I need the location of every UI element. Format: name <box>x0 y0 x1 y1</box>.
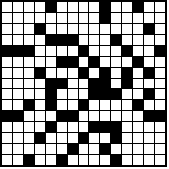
open-cell[interactable] <box>35 155 45 165</box>
block-cell <box>111 35 121 45</box>
open-cell[interactable] <box>89 133 99 143</box>
open-cell[interactable] <box>35 79 45 89</box>
open-cell[interactable] <box>133 68 143 78</box>
open-cell[interactable] <box>46 24 56 34</box>
open-cell[interactable] <box>155 133 165 143</box>
block-cell <box>100 13 110 23</box>
open-cell[interactable] <box>57 100 67 110</box>
open-cell[interactable] <box>2 24 12 34</box>
open-cell[interactable] <box>35 89 45 99</box>
block-cell <box>46 89 56 99</box>
block-cell <box>100 68 110 78</box>
open-cell[interactable] <box>133 46 143 56</box>
open-cell[interactable] <box>122 144 132 154</box>
block-cell <box>2 111 12 121</box>
block-cell <box>68 144 78 154</box>
open-cell[interactable] <box>111 68 121 78</box>
open-cell[interactable] <box>46 68 56 78</box>
open-cell[interactable] <box>46 144 56 154</box>
block-cell <box>155 46 165 56</box>
open-cell[interactable] <box>100 57 110 67</box>
open-cell[interactable] <box>57 89 67 99</box>
open-cell[interactable] <box>2 89 12 99</box>
open-cell[interactable] <box>111 24 121 34</box>
block-cell <box>35 68 45 78</box>
open-cell[interactable] <box>122 155 132 165</box>
open-cell[interactable] <box>155 144 165 154</box>
block-cell <box>89 122 99 132</box>
open-cell[interactable] <box>133 155 143 165</box>
open-cell[interactable] <box>111 79 121 89</box>
open-cell[interactable] <box>89 2 99 12</box>
block-cell <box>100 122 110 132</box>
crossword-puzzle <box>0 0 169 169</box>
open-cell[interactable] <box>122 111 132 121</box>
open-cell[interactable] <box>35 46 45 56</box>
block-cell <box>122 46 132 56</box>
open-cell[interactable] <box>13 89 23 99</box>
block-cell <box>100 89 110 99</box>
open-cell[interactable] <box>2 2 12 12</box>
block-cell <box>35 133 45 143</box>
block-cell <box>13 46 23 56</box>
open-cell[interactable] <box>155 122 165 132</box>
block-cell <box>100 144 110 154</box>
open-cell[interactable] <box>133 24 143 34</box>
open-cell[interactable] <box>133 122 143 132</box>
open-cell[interactable] <box>13 35 23 45</box>
open-cell[interactable] <box>133 133 143 143</box>
open-cell[interactable] <box>122 100 132 110</box>
block-cell <box>111 89 121 99</box>
open-cell[interactable] <box>2 155 12 165</box>
open-cell[interactable] <box>2 122 12 132</box>
block-cell <box>89 89 99 99</box>
open-cell[interactable] <box>133 144 143 154</box>
open-cell[interactable] <box>111 100 121 110</box>
open-cell[interactable] <box>122 89 132 99</box>
open-cell[interactable] <box>89 24 99 34</box>
block-cell <box>2 46 12 56</box>
block-cell <box>57 111 67 121</box>
open-cell[interactable] <box>57 2 67 12</box>
block-cell <box>79 133 89 143</box>
open-cell[interactable] <box>111 2 121 12</box>
open-cell[interactable] <box>13 144 23 154</box>
open-cell[interactable] <box>100 46 110 56</box>
block-cell <box>122 79 132 89</box>
open-cell[interactable] <box>79 35 89 45</box>
open-cell[interactable] <box>79 89 89 99</box>
open-cell[interactable] <box>24 57 34 67</box>
open-cell[interactable] <box>24 24 34 34</box>
open-cell[interactable] <box>13 68 23 78</box>
open-cell[interactable] <box>133 111 143 121</box>
open-cell[interactable] <box>79 57 89 67</box>
open-cell[interactable] <box>24 13 34 23</box>
block-cell <box>57 155 67 165</box>
block-cell <box>122 68 132 78</box>
open-cell[interactable] <box>100 111 110 121</box>
open-cell[interactable] <box>111 13 121 23</box>
open-cell[interactable] <box>57 68 67 78</box>
open-cell[interactable] <box>155 155 165 165</box>
open-cell[interactable] <box>57 24 67 34</box>
block-cell <box>46 79 56 89</box>
open-cell[interactable] <box>68 89 78 99</box>
open-cell[interactable] <box>144 57 154 67</box>
open-cell[interactable] <box>57 46 67 56</box>
open-cell[interactable] <box>68 79 78 89</box>
open-cell[interactable] <box>2 35 12 45</box>
block-cell <box>13 111 23 121</box>
block-cell <box>79 100 89 110</box>
open-cell[interactable] <box>13 24 23 34</box>
open-cell[interactable] <box>24 89 34 99</box>
open-cell[interactable] <box>133 13 143 23</box>
open-cell[interactable] <box>35 100 45 110</box>
open-cell[interactable] <box>100 35 110 45</box>
open-cell[interactable] <box>122 35 132 45</box>
open-cell[interactable] <box>35 144 45 154</box>
open-cell[interactable] <box>68 46 78 56</box>
open-cell[interactable] <box>46 46 56 56</box>
open-cell[interactable] <box>35 57 45 67</box>
open-cell[interactable] <box>2 79 12 89</box>
open-cell[interactable] <box>144 155 154 165</box>
block-cell <box>144 89 154 99</box>
open-cell[interactable] <box>155 89 165 99</box>
open-cell[interactable] <box>35 2 45 12</box>
block-cell <box>111 155 121 165</box>
open-cell[interactable] <box>13 2 23 12</box>
block-cell <box>57 79 67 89</box>
open-cell[interactable] <box>46 155 56 165</box>
open-cell[interactable] <box>111 46 121 56</box>
open-cell[interactable] <box>100 155 110 165</box>
block-cell <box>144 68 154 78</box>
open-cell[interactable] <box>46 57 56 67</box>
open-cell[interactable] <box>79 111 89 121</box>
open-cell[interactable] <box>57 133 67 143</box>
open-cell[interactable] <box>89 100 99 110</box>
open-cell[interactable] <box>144 100 154 110</box>
block-cell <box>89 57 99 67</box>
open-cell[interactable] <box>68 68 78 78</box>
block-cell <box>46 100 56 110</box>
open-cell[interactable] <box>79 155 89 165</box>
open-cell[interactable] <box>144 144 154 154</box>
open-cell[interactable] <box>13 122 23 132</box>
block-cell <box>79 68 89 78</box>
open-cell[interactable] <box>144 46 154 56</box>
open-cell[interactable] <box>144 2 154 12</box>
block-cell <box>24 155 34 165</box>
block-cell <box>133 57 143 67</box>
open-cell[interactable] <box>79 79 89 89</box>
open-cell[interactable] <box>13 133 23 143</box>
open-cell[interactable] <box>24 111 34 121</box>
open-cell[interactable] <box>122 24 132 34</box>
open-cell[interactable] <box>24 144 34 154</box>
open-cell[interactable] <box>68 2 78 12</box>
block-cell <box>79 46 89 56</box>
open-cell[interactable] <box>35 13 45 23</box>
open-cell[interactable] <box>68 100 78 110</box>
open-cell[interactable] <box>68 122 78 132</box>
open-cell[interactable] <box>35 111 45 121</box>
block-cell <box>100 79 110 89</box>
open-cell[interactable] <box>57 122 67 132</box>
open-cell[interactable] <box>79 2 89 12</box>
open-cell[interactable] <box>46 111 56 121</box>
open-cell[interactable] <box>68 13 78 23</box>
open-cell[interactable] <box>122 57 132 67</box>
open-cell[interactable] <box>133 89 143 99</box>
open-cell[interactable] <box>155 2 165 12</box>
open-cell[interactable] <box>89 68 99 78</box>
open-cell[interactable] <box>46 13 56 23</box>
block-cell <box>24 46 34 56</box>
open-cell[interactable] <box>68 133 78 143</box>
open-cell[interactable] <box>57 13 67 23</box>
open-cell[interactable] <box>133 35 143 45</box>
block-cell <box>68 111 78 121</box>
open-cell[interactable] <box>13 155 23 165</box>
open-cell[interactable] <box>89 144 99 154</box>
open-cell[interactable] <box>46 133 56 143</box>
open-cell[interactable] <box>155 35 165 45</box>
block-cell <box>144 24 154 34</box>
open-cell[interactable] <box>122 122 132 132</box>
open-cell[interactable] <box>24 35 34 45</box>
open-cell[interactable] <box>155 79 165 89</box>
open-cell[interactable] <box>89 46 99 56</box>
open-cell[interactable] <box>155 24 165 34</box>
open-cell[interactable] <box>122 2 132 12</box>
open-cell[interactable] <box>155 100 165 110</box>
open-cell[interactable] <box>89 155 99 165</box>
open-cell[interactable] <box>89 35 99 45</box>
open-cell[interactable] <box>79 144 89 154</box>
open-cell[interactable] <box>24 122 34 132</box>
open-cell[interactable] <box>144 79 154 89</box>
open-cell[interactable] <box>68 155 78 165</box>
open-cell[interactable] <box>155 57 165 67</box>
open-cell[interactable] <box>79 122 89 132</box>
open-cell[interactable] <box>111 57 121 67</box>
crossword-board <box>0 0 167 167</box>
open-cell[interactable] <box>155 68 165 78</box>
block-cell <box>35 24 45 34</box>
open-cell[interactable] <box>144 35 154 45</box>
open-cell[interactable] <box>144 13 154 23</box>
open-cell[interactable] <box>2 144 12 154</box>
open-cell[interactable] <box>13 100 23 110</box>
block-cell <box>68 35 78 45</box>
open-cell[interactable] <box>24 2 34 12</box>
open-cell[interactable] <box>24 68 34 78</box>
open-cell[interactable] <box>13 57 23 67</box>
open-cell[interactable] <box>2 100 12 110</box>
open-cell[interactable] <box>144 133 154 143</box>
block-cell <box>24 100 34 110</box>
block-cell <box>155 111 165 121</box>
open-cell[interactable] <box>2 68 12 78</box>
open-cell[interactable] <box>100 100 110 110</box>
open-cell[interactable] <box>122 133 132 143</box>
open-cell[interactable] <box>122 13 132 23</box>
block-cell <box>133 2 143 12</box>
block-cell <box>89 79 99 89</box>
open-cell[interactable] <box>144 122 154 132</box>
open-cell[interactable] <box>79 13 89 23</box>
open-cell[interactable] <box>89 13 99 23</box>
block-cell <box>111 122 121 132</box>
block-cell <box>133 100 143 110</box>
block-cell <box>100 2 110 12</box>
block-cell <box>46 2 56 12</box>
block-cell <box>57 35 67 45</box>
open-cell[interactable] <box>2 13 12 23</box>
block-cell <box>144 111 154 121</box>
open-cell[interactable] <box>57 144 67 154</box>
open-cell[interactable] <box>24 133 34 143</box>
open-cell[interactable] <box>79 24 89 34</box>
open-cell[interactable] <box>89 111 99 121</box>
open-cell[interactable] <box>100 133 110 143</box>
open-cell[interactable] <box>35 35 45 45</box>
open-cell[interactable] <box>2 133 12 143</box>
open-cell[interactable] <box>2 57 12 67</box>
block-cell <box>68 57 78 67</box>
open-cell[interactable] <box>111 144 121 154</box>
open-cell[interactable] <box>100 24 110 34</box>
block-cell <box>57 57 67 67</box>
block-cell <box>111 133 121 143</box>
open-cell[interactable] <box>111 111 121 121</box>
open-cell[interactable] <box>24 79 34 89</box>
open-cell[interactable] <box>13 79 23 89</box>
open-cell[interactable] <box>35 122 45 132</box>
block-cell <box>46 35 56 45</box>
open-cell[interactable] <box>133 79 143 89</box>
block-cell <box>46 122 56 132</box>
open-cell[interactable] <box>13 13 23 23</box>
open-cell[interactable] <box>155 13 165 23</box>
open-cell[interactable] <box>68 24 78 34</box>
